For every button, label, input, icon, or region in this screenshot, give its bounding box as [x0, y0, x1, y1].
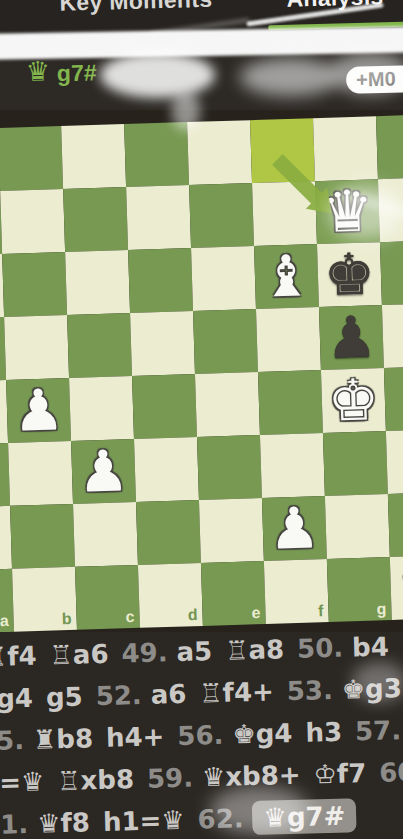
square-c1[interactable]: c — [75, 565, 140, 630]
coord-letter-c: c — [125, 608, 134, 626]
square-f8[interactable] — [250, 118, 315, 183]
move-token[interactable]: b4 — [352, 632, 389, 662]
move-token[interactable]: ♛f8 — [37, 807, 90, 838]
move-token[interactable]: h3 — [305, 717, 342, 748]
move-token[interactable]: a5 — [176, 636, 212, 667]
square-g4[interactable]: ♚ — [321, 368, 386, 433]
square-e5[interactable] — [193, 309, 258, 374]
chess-board[interactable]: ♛♝♚♟♟♚♟♟abcdefgh♛ — [0, 114, 403, 632]
square-h1[interactable]: h♛ — [390, 555, 403, 620]
square-d5[interactable] — [130, 311, 195, 376]
square-g7[interactable]: ♛ — [315, 179, 380, 244]
coord-letter-d: d — [188, 606, 198, 624]
move-number: 50. — [297, 633, 344, 664]
square-e3[interactable] — [197, 435, 262, 500]
move-number: 52. — [95, 680, 142, 711]
square-d8[interactable] — [124, 122, 189, 187]
square-h8[interactable] — [376, 114, 403, 179]
square-f6[interactable]: ♝ — [254, 244, 319, 309]
square-e8[interactable] — [187, 120, 252, 185]
move-token[interactable]: h4+ — [106, 721, 165, 753]
white-pawn[interactable]: ♟ — [77, 439, 130, 504]
square-c8[interactable] — [61, 124, 126, 189]
move-token[interactable]: ♔f7 — [313, 758, 366, 789]
coord-letter-a: a — [0, 612, 9, 630]
square-d4[interactable] — [132, 374, 197, 439]
square-h5[interactable] — [382, 303, 403, 368]
square-c6[interactable] — [65, 250, 130, 315]
square-g2[interactable] — [325, 494, 390, 559]
square-d3[interactable] — [134, 437, 199, 502]
square-d2[interactable] — [136, 500, 201, 565]
square-h2[interactable] — [388, 492, 403, 557]
move-number: 60. — [379, 757, 403, 788]
move-number: 5. — [0, 725, 24, 756]
square-g8[interactable] — [313, 116, 378, 181]
move-row-3: 5.♜b8h4+56.♚g4h357.♝f6h2 — [0, 709, 403, 759]
eval-badge: +M0 — [346, 65, 403, 94]
eval-bar: ♛ g7# +M0 — [0, 40, 403, 110]
coord-letter-b: b — [62, 610, 72, 628]
move-token[interactable]: ♖f4+ — [199, 676, 274, 708]
move-token[interactable]: ♛xb8+ — [202, 760, 301, 793]
coord-letter-f: f — [318, 602, 324, 620]
move-number: 62. — [197, 803, 244, 834]
move-row-5: 1.♛f8h1=♛62.♛g7# — [0, 797, 357, 839]
square-e7[interactable] — [189, 183, 254, 248]
square-b5[interactable] — [4, 315, 69, 380]
move-token[interactable]: ♚g4 — [232, 718, 293, 750]
best-move-text: g7# — [57, 59, 97, 87]
white-pawn[interactable]: ♟ — [268, 496, 321, 561]
move-list: ♖f4♖a649.a5♖a850.b4♖f8+♔g4g552.a6♖f4+53.… — [0, 632, 403, 839]
square-b1[interactable]: b — [12, 567, 77, 632]
white-queen[interactable]: ♛ — [321, 179, 374, 244]
move-row-4: =♛♖xb859.♛xb8+♔f760.♛d6 — [0, 751, 403, 800]
tab-bar: Key Moments Analysis — [0, 0, 403, 40]
square-f3[interactable] — [260, 433, 325, 498]
square-b8[interactable] — [0, 126, 63, 191]
square-c2[interactable] — [73, 502, 138, 567]
move-row-2: ♔g4g552.a6♖f4+53.♚g3♖f854. — [0, 667, 403, 718]
square-b3[interactable] — [8, 441, 73, 506]
square-f2[interactable]: ♟ — [262, 496, 327, 561]
square-c4[interactable] — [69, 376, 134, 441]
coord-letter-e: e — [251, 604, 260, 622]
move-token[interactable]: ♖f4 — [0, 641, 37, 672]
move-token[interactable]: g5 — [46, 681, 83, 712]
square-f5[interactable] — [256, 307, 321, 372]
move-token[interactable]: ♔g4 — [0, 683, 33, 715]
chess-analysis-screen: Key Moments Analysis ♛ g7# +M0 ♛♝♚♟♟♚♟♟a… — [0, 0, 403, 839]
square-d6[interactable] — [128, 248, 193, 313]
square-e1[interactable]: e — [201, 561, 266, 626]
square-b7[interactable] — [0, 189, 65, 254]
tab-analysis[interactable]: Analysis — [286, 0, 384, 13]
move-token[interactable]: ♚g3 — [341, 673, 402, 705]
square-f7[interactable] — [252, 181, 317, 246]
board-section: ♛♝♚♟♟♚♟♟abcdefgh♛ — [0, 110, 403, 632]
square-b6[interactable] — [2, 252, 67, 317]
move-token[interactable]: ♖xb8 — [57, 764, 135, 796]
move-number: 53. — [286, 675, 333, 706]
move-row-1: ♖f4♖a649.a5♖a850.b4♖f8+ — [0, 632, 403, 675]
black-queen[interactable]: ♛ — [396, 555, 403, 620]
square-g6[interactable]: ♚ — [317, 242, 382, 307]
move-token[interactable]: ♜b8 — [33, 723, 94, 755]
move-number: 56. — [177, 720, 224, 751]
black-king[interactable]: ♚ — [323, 242, 376, 307]
square-e4[interactable] — [195, 372, 260, 437]
queen-icon: ♛ — [26, 55, 51, 87]
current-move[interactable]: ♛g7# — [252, 798, 357, 835]
move-token[interactable]: a6 — [150, 679, 186, 710]
tab-key-moments[interactable]: Key Moments — [59, 0, 212, 17]
square-c7[interactable] — [63, 187, 128, 252]
move-number: 57. — [355, 715, 402, 746]
move-token[interactable]: ♖a8 — [225, 634, 285, 666]
coord-letter-g: g — [376, 600, 386, 618]
square-g3[interactable] — [323, 431, 388, 496]
white-king[interactable]: ♚ — [327, 368, 380, 433]
move-token[interactable]: h1=♛ — [103, 805, 185, 837]
square-f4[interactable] — [258, 370, 323, 435]
square-h3[interactable] — [386, 429, 403, 494]
move-number: 49. — [121, 637, 168, 668]
square-h4[interactable] — [384, 366, 403, 431]
move-token[interactable]: =♛ — [0, 766, 45, 797]
square-c3[interactable]: ♟ — [71, 439, 136, 504]
move-number: 59. — [147, 763, 194, 794]
black-pawn[interactable]: ♟ — [325, 305, 378, 370]
square-e6[interactable] — [191, 246, 256, 311]
square-b4[interactable]: ♟ — [6, 378, 71, 443]
white-bishop[interactable]: ♝ — [260, 244, 313, 309]
square-b2[interactable] — [10, 504, 75, 569]
square-f1[interactable]: f — [264, 559, 329, 624]
square-g5[interactable]: ♟ — [319, 305, 384, 370]
active-tab-underline — [268, 22, 403, 31]
square-d1[interactable]: d — [138, 563, 203, 628]
square-d7[interactable] — [126, 185, 191, 250]
move-number: 1. — [0, 809, 29, 839]
white-pawn[interactable]: ♟ — [12, 378, 65, 443]
square-g1[interactable]: g — [327, 557, 392, 622]
square-c5[interactable] — [67, 313, 132, 378]
square-e2[interactable] — [199, 498, 264, 563]
square-h7[interactable] — [378, 177, 403, 242]
square-h6[interactable] — [380, 240, 403, 305]
move-token[interactable]: ♖a6 — [49, 639, 109, 671]
